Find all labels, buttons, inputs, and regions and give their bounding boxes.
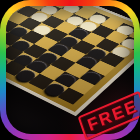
board-grid: ●●●●●●●●●●●●●●●●●●●●●●●●●●●● [6,6,134,105]
app-icon[interactable]: ●●●●●●●●●●●●●●●●●●●●●●●●●●●● FREE [0,0,140,140]
